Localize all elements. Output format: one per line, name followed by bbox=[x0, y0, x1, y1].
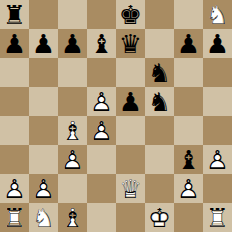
square-g3[interactable]: ♝ bbox=[174, 145, 203, 174]
square-g6[interactable] bbox=[174, 58, 203, 87]
square-a7[interactable]: ♟ bbox=[0, 29, 29, 58]
square-d7[interactable]: ♝ bbox=[87, 29, 116, 58]
chess-board: ♜♚♞♘♟♟♟♝♛♟♟♞♟♙♟♞♝♗♟♙♟♙♝♟♙♟♙♟♙♛♕♟♙♜♖♞♘♝♗♚… bbox=[0, 0, 232, 232]
square-d8[interactable] bbox=[87, 0, 116, 29]
square-f6[interactable]: ♞ bbox=[145, 58, 174, 87]
piece-black-queen[interactable] bbox=[116, 29, 145, 58]
square-c3[interactable]: ♟♙ bbox=[58, 145, 87, 174]
square-a6[interactable] bbox=[0, 58, 29, 87]
square-h4[interactable] bbox=[203, 116, 232, 145]
piece-white-bishop[interactable] bbox=[58, 203, 87, 232]
square-g2[interactable]: ♟♙ bbox=[174, 174, 203, 203]
square-d3[interactable] bbox=[87, 145, 116, 174]
piece-white-rook[interactable] bbox=[0, 203, 29, 232]
square-c6[interactable] bbox=[58, 58, 87, 87]
piece-black-pawn[interactable] bbox=[0, 29, 29, 58]
square-g1[interactable] bbox=[174, 203, 203, 232]
square-d1[interactable] bbox=[87, 203, 116, 232]
piece-white-bishop[interactable] bbox=[58, 116, 87, 145]
square-h5[interactable] bbox=[203, 87, 232, 116]
square-d6[interactable] bbox=[87, 58, 116, 87]
square-a3[interactable] bbox=[0, 145, 29, 174]
square-e7[interactable]: ♛ bbox=[116, 29, 145, 58]
square-e6[interactable] bbox=[116, 58, 145, 87]
piece-white-pawn[interactable] bbox=[87, 116, 116, 145]
square-d2[interactable] bbox=[87, 174, 116, 203]
piece-white-knight[interactable] bbox=[29, 203, 58, 232]
square-b6[interactable] bbox=[29, 58, 58, 87]
piece-white-pawn[interactable] bbox=[0, 174, 29, 203]
piece-white-knight[interactable] bbox=[203, 0, 232, 29]
square-e5[interactable]: ♟ bbox=[116, 87, 145, 116]
square-e2[interactable]: ♛♕ bbox=[116, 174, 145, 203]
square-b5[interactable] bbox=[29, 87, 58, 116]
square-f2[interactable] bbox=[145, 174, 174, 203]
square-g8[interactable] bbox=[174, 0, 203, 29]
square-b4[interactable] bbox=[29, 116, 58, 145]
square-c4[interactable]: ♝♗ bbox=[58, 116, 87, 145]
piece-black-pawn[interactable] bbox=[116, 87, 145, 116]
square-a2[interactable]: ♟♙ bbox=[0, 174, 29, 203]
square-g4[interactable] bbox=[174, 116, 203, 145]
piece-black-bishop[interactable] bbox=[87, 29, 116, 58]
square-f8[interactable] bbox=[145, 0, 174, 29]
piece-black-pawn[interactable] bbox=[58, 29, 87, 58]
piece-black-knight[interactable] bbox=[145, 58, 174, 87]
square-f1[interactable]: ♚♔ bbox=[145, 203, 174, 232]
square-h3[interactable]: ♟♙ bbox=[203, 145, 232, 174]
piece-white-pawn[interactable] bbox=[174, 174, 203, 203]
square-c7[interactable]: ♟ bbox=[58, 29, 87, 58]
square-b1[interactable]: ♞♘ bbox=[29, 203, 58, 232]
piece-white-pawn[interactable] bbox=[29, 174, 58, 203]
square-c1[interactable]: ♝♗ bbox=[58, 203, 87, 232]
square-h8[interactable]: ♞♘ bbox=[203, 0, 232, 29]
piece-black-king[interactable] bbox=[116, 0, 145, 29]
piece-black-pawn[interactable] bbox=[29, 29, 58, 58]
square-f7[interactable] bbox=[145, 29, 174, 58]
piece-black-pawn[interactable] bbox=[174, 29, 203, 58]
piece-black-rook[interactable] bbox=[0, 0, 29, 29]
square-g5[interactable] bbox=[174, 87, 203, 116]
square-g7[interactable]: ♟ bbox=[174, 29, 203, 58]
piece-white-king[interactable] bbox=[145, 203, 174, 232]
square-a5[interactable] bbox=[0, 87, 29, 116]
square-f5[interactable]: ♞ bbox=[145, 87, 174, 116]
piece-white-rook[interactable] bbox=[203, 203, 232, 232]
square-e1[interactable] bbox=[116, 203, 145, 232]
piece-white-pawn[interactable] bbox=[203, 145, 232, 174]
piece-white-queen[interactable] bbox=[116, 174, 145, 203]
square-c2[interactable] bbox=[58, 174, 87, 203]
piece-black-knight[interactable] bbox=[145, 87, 174, 116]
square-b3[interactable] bbox=[29, 145, 58, 174]
square-d4[interactable]: ♟♙ bbox=[87, 116, 116, 145]
piece-black-bishop[interactable] bbox=[174, 145, 203, 174]
piece-black-pawn[interactable] bbox=[203, 29, 232, 58]
square-e3[interactable] bbox=[116, 145, 145, 174]
square-h7[interactable]: ♟ bbox=[203, 29, 232, 58]
square-e8[interactable]: ♚ bbox=[116, 0, 145, 29]
square-b8[interactable] bbox=[29, 0, 58, 29]
square-a8[interactable]: ♜ bbox=[0, 0, 29, 29]
square-f3[interactable] bbox=[145, 145, 174, 174]
square-h2[interactable] bbox=[203, 174, 232, 203]
square-h1[interactable]: ♜♖ bbox=[203, 203, 232, 232]
piece-white-pawn[interactable] bbox=[87, 87, 116, 116]
square-e4[interactable] bbox=[116, 116, 145, 145]
square-c5[interactable] bbox=[58, 87, 87, 116]
square-h6[interactable] bbox=[203, 58, 232, 87]
square-b7[interactable]: ♟ bbox=[29, 29, 58, 58]
square-a1[interactable]: ♜♖ bbox=[0, 203, 29, 232]
square-a4[interactable] bbox=[0, 116, 29, 145]
square-d5[interactable]: ♟♙ bbox=[87, 87, 116, 116]
square-f4[interactable] bbox=[145, 116, 174, 145]
square-c8[interactable] bbox=[58, 0, 87, 29]
piece-white-pawn[interactable] bbox=[58, 145, 87, 174]
square-b2[interactable]: ♟♙ bbox=[29, 174, 58, 203]
